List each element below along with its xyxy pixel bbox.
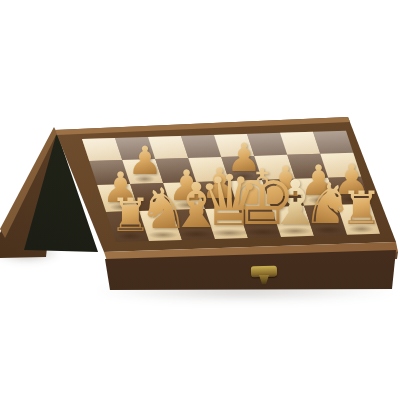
product-photo: ♜♞♝♛♚♝♞♜♟♟♟♟♟♟♟♟ [0, 0, 400, 400]
square-h4 [313, 131, 353, 154]
piece-rook-a1: ♜ [110, 192, 151, 238]
